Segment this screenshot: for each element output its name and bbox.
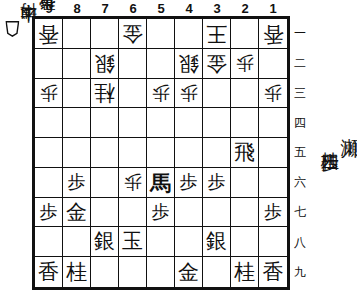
column-number-8: 8 xyxy=(63,1,91,16)
column-number-9: 9 xyxy=(35,1,63,16)
square-7-6[interactable] xyxy=(91,168,119,198)
square-1-1[interactable]: 香 xyxy=(259,19,287,49)
rank-number-7: 七 xyxy=(292,198,308,228)
square-8-9[interactable]: 桂 xyxy=(63,257,91,287)
sente-player-label: 瀬川 桂歩四 xyxy=(320,124,357,146)
column-number-4: 4 xyxy=(175,1,203,16)
square-2-9[interactable]: 桂 xyxy=(231,257,259,287)
shogi-diagram: 987654321 香金王香銀銀金歩歩桂歩歩歩飛歩歩馬歩歩歩金歩歩銀玉銀香桂金桂… xyxy=(0,0,357,295)
square-2-8[interactable] xyxy=(231,227,259,257)
square-6-6[interactable]: 歩 xyxy=(119,168,147,198)
square-3-9[interactable] xyxy=(203,257,231,287)
square-4-9[interactable]: 金 xyxy=(175,257,203,287)
square-4-8[interactable] xyxy=(175,227,203,257)
piece-金: 金 xyxy=(66,202,87,223)
piece-馬: 馬 xyxy=(150,172,171,193)
piece-金: 金 xyxy=(206,53,227,74)
rank-number-2: 二 xyxy=(292,49,308,79)
square-8-8[interactable] xyxy=(63,227,91,257)
square-4-3[interactable]: 歩 xyxy=(175,79,203,109)
square-4-4[interactable] xyxy=(175,108,203,138)
piece-金: 金 xyxy=(178,262,199,283)
square-3-8[interactable]: 銀 xyxy=(203,227,231,257)
piece-歩: 歩 xyxy=(40,84,58,102)
piece-歩: 歩 xyxy=(124,173,142,191)
piece-桂: 桂 xyxy=(234,262,255,283)
gote-player-label: 山本博 飛角歩二 xyxy=(5,16,56,37)
piece-歩: 歩 xyxy=(264,84,282,102)
square-1-6[interactable] xyxy=(259,168,287,198)
square-7-2[interactable]: 銀 xyxy=(91,49,119,79)
square-3-1[interactable]: 王 xyxy=(203,19,231,49)
square-2-2[interactable]: 歩 xyxy=(231,49,259,79)
square-1-9[interactable]: 香 xyxy=(259,257,287,287)
square-8-1[interactable] xyxy=(63,19,91,49)
square-7-3[interactable]: 桂 xyxy=(91,79,119,109)
column-number-6: 6 xyxy=(119,1,147,16)
piece-金: 金 xyxy=(122,23,143,44)
column-number-1: 1 xyxy=(259,1,287,16)
column-number-labels: 987654321 xyxy=(35,1,287,16)
square-5-1[interactable] xyxy=(147,19,175,49)
square-4-7[interactable] xyxy=(175,198,203,228)
square-8-5[interactable] xyxy=(63,138,91,168)
piece-香: 香 xyxy=(263,262,284,283)
square-9-7[interactable]: 歩 xyxy=(35,198,63,228)
square-1-8[interactable] xyxy=(259,227,287,257)
piece-桂: 桂 xyxy=(66,262,87,283)
piece-銀: 銀 xyxy=(178,53,199,74)
piece-歩: 歩 xyxy=(208,173,226,191)
square-9-4[interactable] xyxy=(35,108,63,138)
square-1-3[interactable]: 歩 xyxy=(259,79,287,109)
column-number-2: 2 xyxy=(231,1,259,16)
shogi-board: 香金王香銀銀金歩歩桂歩歩歩飛歩歩馬歩歩歩金歩歩銀玉銀香桂金桂香 xyxy=(32,16,290,290)
rank-number-5: 五 xyxy=(292,138,308,168)
square-3-5[interactable] xyxy=(203,138,231,168)
square-4-2[interactable]: 銀 xyxy=(175,49,203,79)
piece-歩: 歩 xyxy=(152,84,170,102)
rank-number-1: 一 xyxy=(292,19,308,49)
square-8-7[interactable]: 金 xyxy=(63,198,91,228)
square-2-3[interactable] xyxy=(231,79,259,109)
square-9-6[interactable] xyxy=(35,168,63,198)
rank-number-8: 八 xyxy=(292,227,308,257)
square-9-5[interactable] xyxy=(35,138,63,168)
square-9-3[interactable]: 歩 xyxy=(35,79,63,109)
square-6-8[interactable]: 玉 xyxy=(119,227,147,257)
rank-number-4: 四 xyxy=(292,108,308,138)
piece-銀: 銀 xyxy=(94,53,115,74)
square-5-2[interactable] xyxy=(147,49,175,79)
square-5-4[interactable] xyxy=(147,108,175,138)
square-7-4[interactable] xyxy=(91,108,119,138)
square-5-8[interactable] xyxy=(147,227,175,257)
square-1-5[interactable] xyxy=(259,138,287,168)
square-8-2[interactable] xyxy=(63,49,91,79)
piece-香: 香 xyxy=(38,262,59,283)
piece-香: 香 xyxy=(263,23,284,44)
square-8-3[interactable] xyxy=(63,79,91,109)
square-8-6[interactable]: 歩 xyxy=(63,168,91,198)
square-2-1[interactable] xyxy=(231,19,259,49)
square-3-7[interactable] xyxy=(203,198,231,228)
square-5-3[interactable]: 歩 xyxy=(147,79,175,109)
piece-王: 王 xyxy=(206,23,227,44)
square-9-9[interactable]: 香 xyxy=(35,257,63,287)
piece-歩: 歩 xyxy=(180,173,198,191)
piece-歩: 歩 xyxy=(40,203,58,221)
gote-name: 山本博 xyxy=(19,16,38,37)
piece-銀: 銀 xyxy=(206,231,227,252)
square-4-6[interactable]: 歩 xyxy=(175,168,203,198)
piece-歩: 歩 xyxy=(264,203,282,221)
sente-name: 瀬川 xyxy=(340,124,357,146)
rank-number-3: 三 xyxy=(292,79,308,109)
square-6-5[interactable] xyxy=(119,138,147,168)
square-1-4[interactable] xyxy=(259,108,287,138)
square-5-6[interactable]: 馬 xyxy=(147,168,175,198)
square-6-4[interactable] xyxy=(119,108,147,138)
square-1-7[interactable]: 歩 xyxy=(259,198,287,228)
square-3-2[interactable]: 金 xyxy=(203,49,231,79)
square-7-8[interactable]: 銀 xyxy=(91,227,119,257)
square-3-3[interactable] xyxy=(203,79,231,109)
column-number-5: 5 xyxy=(147,1,175,16)
square-3-6[interactable]: 歩 xyxy=(203,168,231,198)
rank-number-6: 六 xyxy=(292,168,308,198)
piece-銀: 銀 xyxy=(94,231,115,252)
square-6-1[interactable]: 金 xyxy=(119,19,147,49)
square-6-3[interactable] xyxy=(119,79,147,109)
square-7-5[interactable] xyxy=(91,138,119,168)
square-2-6[interactable] xyxy=(231,168,259,198)
rank-number-9: 九 xyxy=(292,257,308,287)
square-2-4[interactable] xyxy=(231,108,259,138)
piece-飛: 飛 xyxy=(234,142,255,163)
square-7-7[interactable] xyxy=(91,198,119,228)
square-7-9[interactable] xyxy=(91,257,119,287)
square-6-7[interactable] xyxy=(119,198,147,228)
square-6-2[interactable] xyxy=(119,49,147,79)
piece-歩: 歩 xyxy=(236,54,254,72)
square-7-1[interactable] xyxy=(91,19,119,49)
column-number-7: 7 xyxy=(91,1,119,16)
rank-number-labels: 一二三四五六七八九 xyxy=(292,19,308,287)
piece-桂: 桂 xyxy=(94,82,115,103)
square-4-5[interactable] xyxy=(175,138,203,168)
square-9-2[interactable] xyxy=(35,49,63,79)
piece-歩: 歩 xyxy=(152,203,170,221)
column-number-3: 3 xyxy=(203,1,231,16)
square-2-5[interactable]: 飛 xyxy=(231,138,259,168)
square-1-2[interactable] xyxy=(259,49,287,79)
piece-歩: 歩 xyxy=(68,173,86,191)
sente-hand: 桂歩四 xyxy=(320,137,340,146)
square-5-9[interactable] xyxy=(147,257,175,287)
gote-hand: 飛角歩二 xyxy=(38,16,57,24)
piece-歩: 歩 xyxy=(180,84,198,102)
square-9-8[interactable] xyxy=(35,227,63,257)
square-5-7[interactable]: 歩 xyxy=(147,198,175,228)
square-5-5[interactable] xyxy=(147,138,175,168)
square-3-4[interactable] xyxy=(203,108,231,138)
piece-玉: 玉 xyxy=(122,231,143,252)
square-4-1[interactable] xyxy=(175,19,203,49)
gote-piece-icon xyxy=(5,21,19,37)
square-2-7[interactable] xyxy=(231,198,259,228)
square-8-4[interactable] xyxy=(63,108,91,138)
square-6-9[interactable] xyxy=(119,257,147,287)
